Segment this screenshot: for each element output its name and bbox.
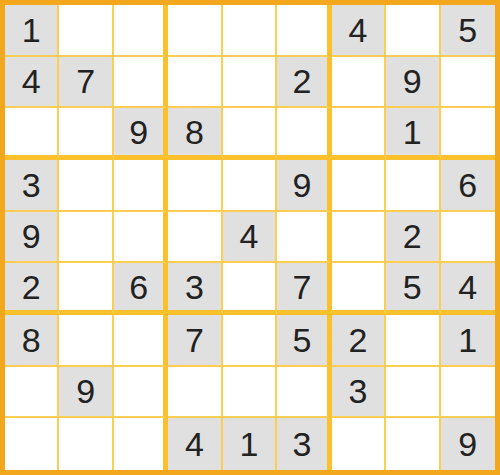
cell-r7c1[interactable]: 8 bbox=[5, 315, 59, 367]
cell-r4c9[interactable]: 6 bbox=[441, 160, 495, 212]
cell-r2c8[interactable]: 9 bbox=[386, 57, 440, 109]
cell-r7c8[interactable] bbox=[386, 315, 440, 367]
cell-r6c7[interactable] bbox=[332, 263, 386, 315]
cell-r5c8[interactable]: 2 bbox=[386, 212, 440, 264]
cell-r8c6[interactable] bbox=[277, 367, 331, 419]
cell-r4c8[interactable] bbox=[386, 160, 440, 212]
cell-r8c7[interactable]: 3 bbox=[332, 367, 386, 419]
cell-r6c2[interactable] bbox=[59, 263, 113, 315]
cell-r2c6[interactable]: 2 bbox=[277, 57, 331, 109]
cell-r6c1[interactable]: 2 bbox=[5, 263, 59, 315]
cell-r3c4[interactable]: 8 bbox=[168, 108, 222, 160]
cell-r8c8[interactable] bbox=[386, 367, 440, 419]
cell-r6c8[interactable]: 5 bbox=[386, 263, 440, 315]
cell-r9c6[interactable]: 3 bbox=[277, 418, 331, 470]
cell-r1c5[interactable] bbox=[223, 5, 277, 57]
cell-r4c4[interactable] bbox=[168, 160, 222, 212]
cell-r5c5[interactable]: 4 bbox=[223, 212, 277, 264]
cell-r2c7[interactable] bbox=[332, 57, 386, 109]
cell-r8c3[interactable] bbox=[114, 367, 168, 419]
cell-r6c6[interactable]: 7 bbox=[277, 263, 331, 315]
cell-r9c1[interactable] bbox=[5, 418, 59, 470]
cell-r7c6[interactable]: 5 bbox=[277, 315, 331, 367]
cell-r8c5[interactable] bbox=[223, 367, 277, 419]
cell-r7c2[interactable] bbox=[59, 315, 113, 367]
cell-r5c6[interactable] bbox=[277, 212, 331, 264]
cell-r7c7[interactable]: 2 bbox=[332, 315, 386, 367]
cell-r5c7[interactable] bbox=[332, 212, 386, 264]
cell-r2c1[interactable]: 4 bbox=[5, 57, 59, 109]
cell-r9c7[interactable] bbox=[332, 418, 386, 470]
cell-r3c9[interactable] bbox=[441, 108, 495, 160]
cell-r7c5[interactable] bbox=[223, 315, 277, 367]
cell-r9c4[interactable]: 4 bbox=[168, 418, 222, 470]
cell-r3c3[interactable]: 9 bbox=[114, 108, 168, 160]
cell-r7c3[interactable] bbox=[114, 315, 168, 367]
cell-r9c9[interactable]: 9 bbox=[441, 418, 495, 470]
cell-r4c7[interactable] bbox=[332, 160, 386, 212]
cell-r1c7[interactable]: 4 bbox=[332, 5, 386, 57]
cell-r3c2[interactable] bbox=[59, 108, 113, 160]
cell-r6c3[interactable]: 6 bbox=[114, 263, 168, 315]
cell-r2c2[interactable]: 7 bbox=[59, 57, 113, 109]
cell-r3c8[interactable]: 1 bbox=[386, 108, 440, 160]
cell-r7c4[interactable]: 7 bbox=[168, 315, 222, 367]
cell-r1c2[interactable] bbox=[59, 5, 113, 57]
cell-r4c6[interactable]: 9 bbox=[277, 160, 331, 212]
cell-r8c2[interactable]: 9 bbox=[59, 367, 113, 419]
cell-r2c4[interactable] bbox=[168, 57, 222, 109]
cell-r2c3[interactable] bbox=[114, 57, 168, 109]
cell-r9c8[interactable] bbox=[386, 418, 440, 470]
cell-r8c4[interactable] bbox=[168, 367, 222, 419]
cell-r6c9[interactable]: 4 bbox=[441, 263, 495, 315]
cell-r8c1[interactable] bbox=[5, 367, 59, 419]
cell-r4c5[interactable] bbox=[223, 160, 277, 212]
cell-r1c1[interactable]: 1 bbox=[5, 5, 59, 57]
cell-r3c7[interactable] bbox=[332, 108, 386, 160]
cell-r4c3[interactable] bbox=[114, 160, 168, 212]
cell-r1c3[interactable] bbox=[114, 5, 168, 57]
cell-r5c1[interactable]: 9 bbox=[5, 212, 59, 264]
cell-r3c5[interactable] bbox=[223, 108, 277, 160]
cell-r2c9[interactable] bbox=[441, 57, 495, 109]
cell-r2c5[interactable] bbox=[223, 57, 277, 109]
cell-r5c9[interactable] bbox=[441, 212, 495, 264]
cell-r1c4[interactable] bbox=[168, 5, 222, 57]
cell-r6c5[interactable] bbox=[223, 263, 277, 315]
cell-r4c1[interactable]: 3 bbox=[5, 160, 59, 212]
sudoku-board: 145472998139694226375487521934139 bbox=[0, 0, 500, 475]
cell-r1c8[interactable] bbox=[386, 5, 440, 57]
cell-r9c3[interactable] bbox=[114, 418, 168, 470]
cell-r5c3[interactable] bbox=[114, 212, 168, 264]
cell-r3c1[interactable] bbox=[5, 108, 59, 160]
cell-r9c5[interactable]: 1 bbox=[223, 418, 277, 470]
cell-r7c9[interactable]: 1 bbox=[441, 315, 495, 367]
cell-r6c4[interactable]: 3 bbox=[168, 263, 222, 315]
cell-r9c2[interactable] bbox=[59, 418, 113, 470]
cell-r3c6[interactable] bbox=[277, 108, 331, 160]
cell-r4c2[interactable] bbox=[59, 160, 113, 212]
cell-r5c4[interactable] bbox=[168, 212, 222, 264]
cell-r1c6[interactable] bbox=[277, 5, 331, 57]
cell-r5c2[interactable] bbox=[59, 212, 113, 264]
cell-r8c9[interactable] bbox=[441, 367, 495, 419]
cell-r1c9[interactable]: 5 bbox=[441, 5, 495, 57]
